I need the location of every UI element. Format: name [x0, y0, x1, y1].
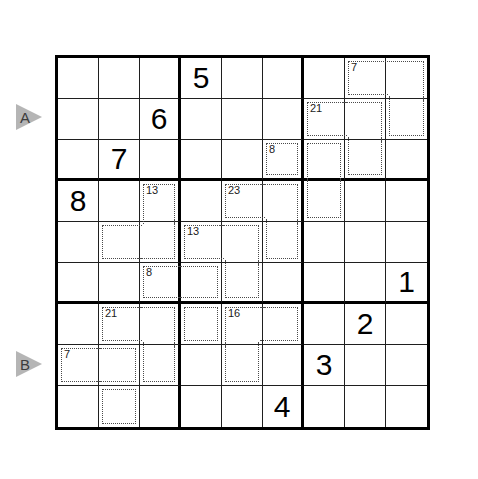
cell-r2c8[interactable]: [345, 99, 386, 140]
cell-r3c3[interactable]: [140, 140, 181, 181]
cell-r5c5[interactable]: [222, 222, 263, 263]
cell-r5c4[interactable]: 13: [181, 222, 222, 263]
cage-outline: [102, 225, 142, 259]
cell-r7c2[interactable]: 21: [99, 304, 140, 345]
cell-r7c7[interactable]: [304, 304, 345, 345]
row-marker-a: A: [16, 104, 50, 130]
row-marker-b-label: B: [20, 356, 30, 373]
cell-r7c1[interactable]: [58, 304, 99, 345]
cell-r8c2[interactable]: [99, 345, 140, 386]
cell-r2c6[interactable]: [263, 99, 304, 140]
cell-r3c6[interactable]: 8: [263, 140, 304, 181]
cage-outline: [348, 137, 382, 175]
cell-r1c3[interactable]: [140, 58, 181, 99]
cage-sum-label: 8: [145, 267, 153, 278]
cell-r2c4[interactable]: [181, 99, 222, 140]
cell-r5c6[interactable]: [263, 222, 304, 263]
cell-r2c1[interactable]: [58, 99, 99, 140]
cell-r4c9[interactable]: [386, 181, 427, 222]
cell-r5c8[interactable]: [345, 222, 386, 263]
cell-r7c4[interactable]: [181, 304, 222, 345]
cell-r8c6[interactable]: [263, 345, 304, 386]
cell-r4c3[interactable]: 13: [140, 181, 181, 222]
cell-r5c2[interactable]: [99, 222, 140, 263]
cell-r4c7[interactable]: [304, 181, 345, 222]
cell-r6c1[interactable]: [58, 263, 99, 304]
cell-r6c8[interactable]: [345, 263, 386, 304]
cage-sum-label: 7: [63, 349, 71, 360]
cell-r6c6[interactable]: [263, 263, 304, 304]
cell-r6c2[interactable]: [99, 263, 140, 304]
cell-r9c2[interactable]: [99, 386, 140, 427]
cell-r3c9[interactable]: [386, 140, 427, 181]
cell-r3c7[interactable]: [304, 140, 345, 181]
given-digit: 1: [386, 263, 427, 301]
cage-sum-label: 13: [145, 185, 159, 196]
cell-r9c1[interactable]: [58, 386, 99, 427]
given-digit: 4: [263, 386, 301, 427]
cell-r9c6[interactable]: 4: [263, 386, 304, 427]
cell-r7c6[interactable]: [263, 304, 304, 345]
cage-outline: [102, 389, 136, 424]
cell-r1c2[interactable]: [99, 58, 140, 99]
cage-outline: [219, 225, 259, 265]
cell-r7c8[interactable]: 2: [345, 304, 386, 345]
given-digit: 5: [181, 58, 221, 98]
cell-r5c1[interactable]: [58, 222, 99, 263]
given-digit: 7: [99, 140, 139, 178]
row-marker-b: B: [16, 351, 50, 377]
cell-r1c9[interactable]: [386, 58, 427, 99]
cell-r1c7[interactable]: [304, 58, 345, 99]
cell-r4c1[interactable]: 8: [58, 181, 99, 222]
cell-r4c2[interactable]: [99, 181, 140, 222]
cell-r8c1[interactable]: 7: [58, 345, 99, 386]
cage-outline: [143, 342, 175, 382]
given-digit: 2: [345, 304, 385, 344]
cell-r2c7[interactable]: 21: [304, 99, 345, 140]
cage-outline: [96, 348, 136, 382]
given-digit: 3: [304, 345, 344, 385]
cell-r1c5[interactable]: [222, 58, 263, 99]
cell-r7c5[interactable]: 16: [222, 304, 263, 345]
cage-sum-label: 7: [350, 62, 358, 73]
cell-r8c9[interactable]: [386, 345, 427, 386]
cage-sum-label: 13: [186, 226, 200, 237]
cage-outline: [342, 102, 382, 142]
cell-r6c9[interactable]: 1: [386, 263, 427, 304]
cage-outline: [178, 266, 218, 298]
cell-r9c4[interactable]: [181, 386, 222, 427]
cage-sum-label: 16: [227, 308, 241, 319]
cage-sum-label: 23: [227, 185, 241, 196]
cell-r8c5[interactable]: [222, 345, 263, 386]
cell-r1c8[interactable]: 7: [345, 58, 386, 99]
cell-r3c1[interactable]: [58, 140, 99, 181]
cell-r9c7[interactable]: [304, 386, 345, 427]
given-digit: 8: [58, 181, 98, 221]
cell-r8c4[interactable]: [181, 345, 222, 386]
cell-r9c8[interactable]: [345, 386, 386, 427]
cell-r2c5[interactable]: [222, 99, 263, 140]
page-root: A B 576217881323138121162734: [0, 0, 478, 479]
cage-outline: [383, 61, 424, 101]
cage-outline: [260, 307, 298, 341]
cell-r1c1[interactable]: [58, 58, 99, 99]
cell-r8c8[interactable]: [345, 345, 386, 386]
cage-outline: [260, 184, 298, 224]
cell-r3c5[interactable]: [222, 140, 263, 181]
cell-r5c7[interactable]: [304, 222, 345, 263]
cell-r4c6[interactable]: [263, 181, 304, 222]
cage-outline: [307, 143, 341, 181]
cell-r4c8[interactable]: [345, 181, 386, 222]
cage-outline: [266, 219, 298, 259]
row-marker-a-label: A: [20, 109, 30, 126]
cage-outline: [137, 219, 175, 259]
cage-sum-label: 21: [309, 103, 323, 114]
given-digit: 6: [140, 99, 178, 139]
cell-r3c2[interactable]: 7: [99, 140, 140, 181]
cell-r1c4[interactable]: 5: [181, 58, 222, 99]
cell-r3c4[interactable]: [181, 140, 222, 181]
cage-sum-label: 8: [268, 144, 276, 155]
cell-r6c5[interactable]: [222, 263, 263, 304]
cell-r5c9[interactable]: [386, 222, 427, 263]
cell-r6c4[interactable]: [181, 263, 222, 304]
cage-outline: [137, 307, 175, 347]
sudoku-board: 576217881323138121162734: [55, 55, 430, 430]
cell-r3c8[interactable]: [345, 140, 386, 181]
cage-outline: [184, 307, 218, 341]
cell-r9c9[interactable]: [386, 386, 427, 427]
cage-outline: [389, 96, 424, 136]
cell-r2c2[interactable]: [99, 99, 140, 140]
cage-outline: [225, 260, 259, 298]
cell-r9c5[interactable]: [222, 386, 263, 427]
cell-r2c9[interactable]: [386, 99, 427, 140]
cell-r4c4[interactable]: [181, 181, 222, 222]
cell-r6c7[interactable]: [304, 263, 345, 304]
cell-r2c3[interactable]: 6: [140, 99, 181, 140]
cell-r4c5[interactable]: 23: [222, 181, 263, 222]
cell-r7c9[interactable]: [386, 304, 427, 345]
cell-r5c3[interactable]: [140, 222, 181, 263]
cell-r8c7[interactable]: 3: [304, 345, 345, 386]
cage-outline: [307, 178, 341, 218]
cage-outline: [225, 342, 259, 382]
cage-sum-label: 21: [104, 308, 118, 319]
cell-r9c3[interactable]: [140, 386, 181, 427]
cell-r6c3[interactable]: 8: [140, 263, 181, 304]
cell-r7c3[interactable]: [140, 304, 181, 345]
cell-r8c3[interactable]: [140, 345, 181, 386]
cell-r1c6[interactable]: [263, 58, 304, 99]
